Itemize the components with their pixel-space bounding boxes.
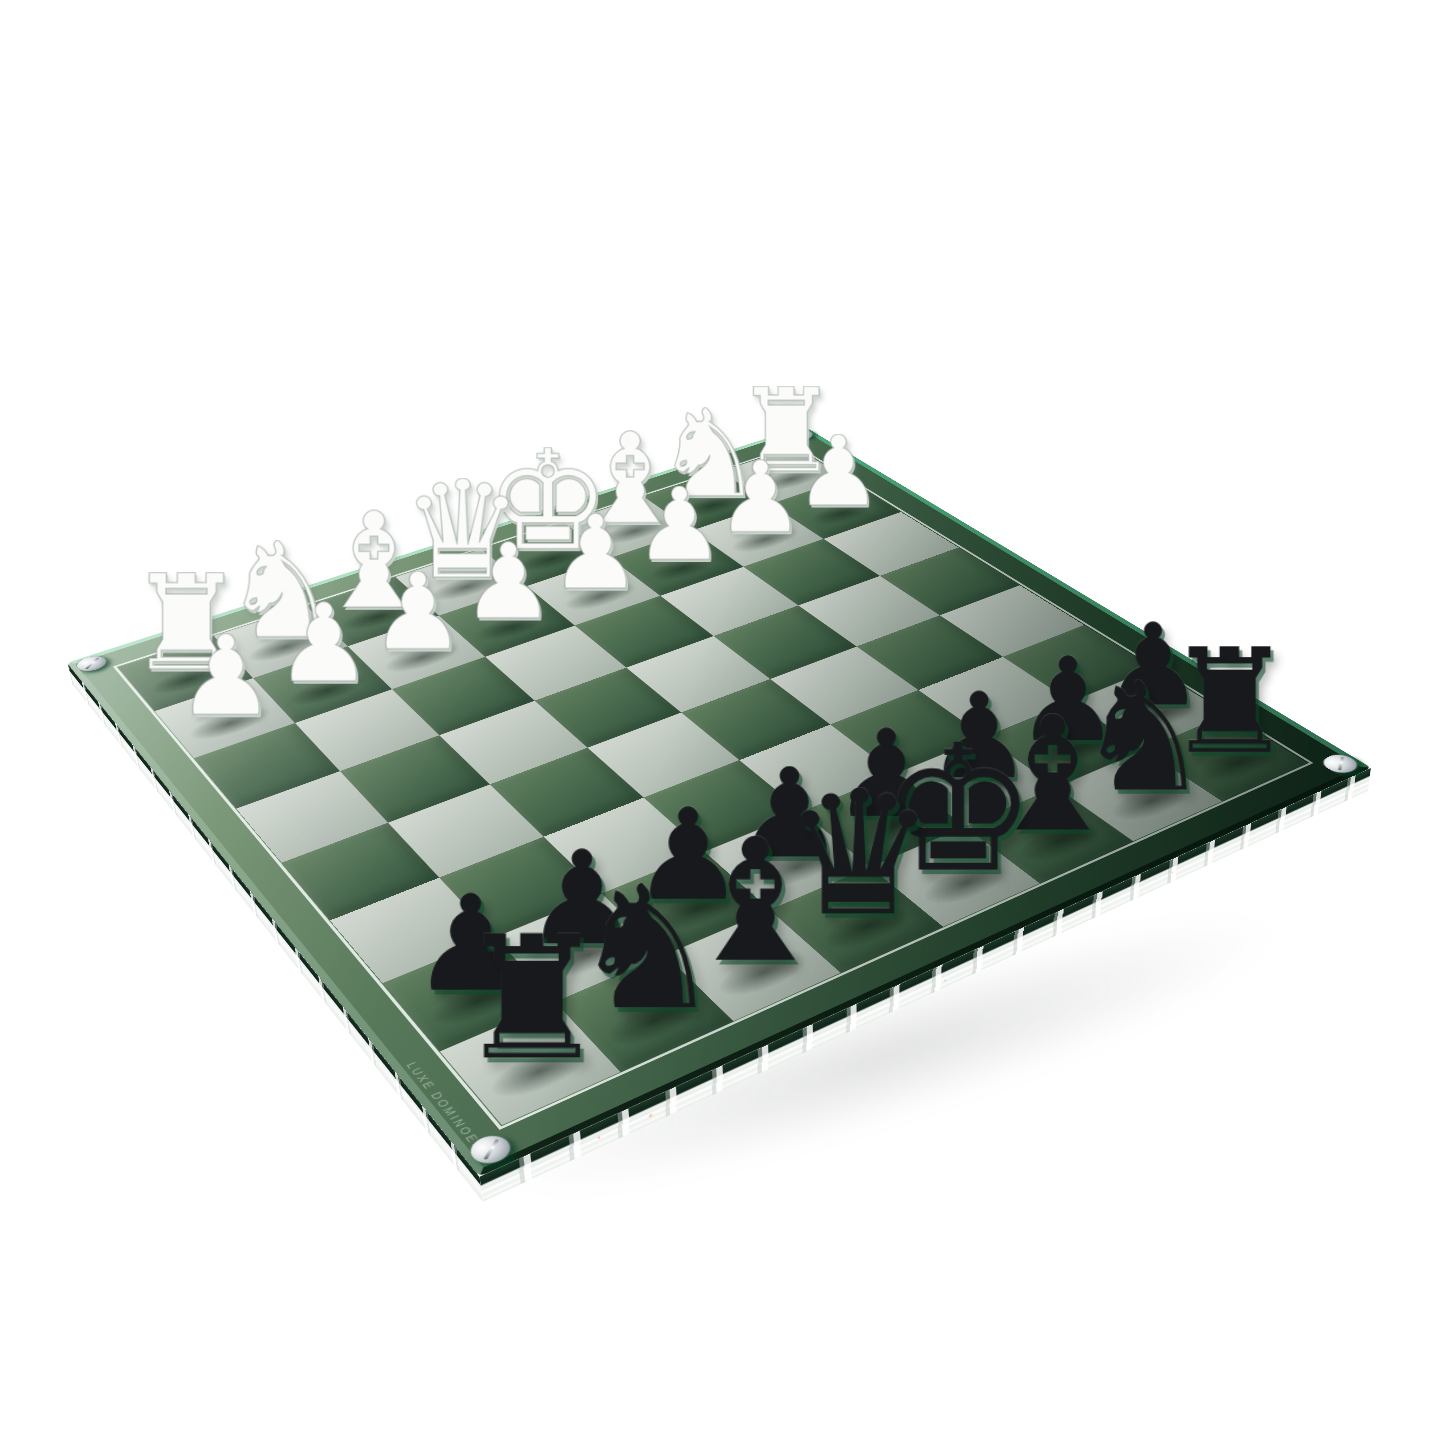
perspective-scene: ♜♞♝♛♚♝♞♜♟♟♟♟♟♟♟♟♟♟♟♟♟♟♟♟♜♞♝♛♚♝♞♜ LUXE DO… [0,0,1445,1445]
piece-white-pawn-a2[interactable]: ♟ [125,633,328,719]
chess-board: ♜♞♝♛♚♝♞♜♟♟♟♟♟♟♟♟♟♟♟♟♟♟♟♟♜♞♝♛♚♝♞♜ LUXE DO… [67,426,1371,1176]
piece-black-rook-a8[interactable]: ♜ [406,932,660,1065]
scene: ♜♞♝♛♚♝♞♜♟♟♟♟♟♟♟♟♟♟♟♟♟♟♟♟♜♞♝♛♚♝♞♜ LUXE DO… [0,0,1445,1445]
corner-screw-right [1317,751,1363,776]
